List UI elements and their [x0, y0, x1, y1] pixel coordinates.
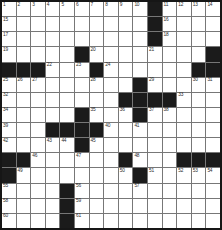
cell-r7c10	[133, 93, 147, 107]
cell-r11c12[interactable]	[163, 153, 177, 167]
cell-r14c6[interactable]: 59	[75, 199, 89, 213]
cell-r1c3[interactable]: 3	[31, 2, 45, 16]
clue-number: 36	[120, 108, 125, 113]
cell-r10c6	[75, 138, 89, 152]
cell-r14c7[interactable]	[90, 199, 104, 213]
clue-number: 60	[3, 214, 8, 219]
clue-number: 58	[3, 199, 8, 204]
clue-number: 30	[193, 78, 198, 83]
cell-r11c9	[119, 153, 133, 167]
clue-number: 52	[178, 169, 183, 174]
clue-number: 8	[105, 3, 107, 8]
cell-r3c11	[148, 32, 162, 46]
cell-r4c6	[75, 47, 89, 61]
cell-r1c15[interactable]: 14	[206, 2, 220, 16]
cell-r6c14[interactable]: 30	[192, 78, 206, 92]
cell-r14c14[interactable]	[192, 199, 206, 213]
clue-number: 13	[193, 3, 198, 8]
cell-r9c1[interactable]: 39	[2, 123, 16, 137]
cell-r8c12[interactable]: 38	[163, 108, 177, 122]
clue-number: 54	[207, 169, 212, 174]
cell-r13c14[interactable]	[192, 184, 206, 198]
cell-r4c13[interactable]	[177, 47, 191, 61]
clue-number: 27	[32, 78, 37, 83]
cell-r2c11	[148, 17, 162, 31]
cell-r13c13[interactable]	[177, 184, 191, 198]
clue-number: 15	[3, 18, 8, 23]
cell-r8c9[interactable]: 36	[119, 108, 133, 122]
cell-r15c12[interactable]	[163, 214, 177, 228]
cell-r2c6[interactable]	[75, 17, 89, 31]
cell-r4c5[interactable]	[60, 47, 74, 61]
cell-r7c13[interactable]: 33	[177, 93, 191, 107]
cell-r5c8[interactable]: 24	[104, 63, 118, 77]
cell-r12c13[interactable]: 52	[177, 168, 191, 182]
cell-r1c9[interactable]: 9	[119, 2, 133, 16]
cell-r7c2[interactable]	[17, 93, 31, 107]
cell-r1c6[interactable]: 6	[75, 2, 89, 16]
clue-number: 55	[3, 184, 8, 189]
cell-r9c3[interactable]	[31, 123, 45, 137]
clue-number: 12	[178, 3, 183, 8]
cell-r10c12[interactable]	[163, 138, 177, 152]
cell-r12c6[interactable]	[75, 168, 89, 182]
cell-r6c13[interactable]	[177, 78, 191, 92]
clue-number: 34	[3, 108, 8, 113]
clue-number: 32	[3, 93, 8, 98]
clue-number: 10	[134, 3, 139, 8]
clue-number: 56	[76, 184, 81, 189]
cell-r9c10[interactable]: 41	[133, 123, 147, 137]
cell-r7c1[interactable]: 32	[2, 93, 16, 107]
cell-r1c10[interactable]: 10	[133, 2, 147, 16]
cell-r3c8[interactable]	[104, 32, 118, 46]
cell-r8c13[interactable]	[177, 108, 191, 122]
clue-number: 38	[164, 108, 169, 113]
cell-r6c10	[133, 78, 147, 92]
cell-r10c11[interactable]	[148, 138, 162, 152]
cell-r4c12[interactable]	[163, 47, 177, 61]
cell-r5c6[interactable]: 23	[75, 63, 89, 77]
cell-r1c5[interactable]: 5	[60, 2, 74, 16]
clue-number: 7	[91, 3, 93, 8]
cell-r6c4[interactable]	[46, 78, 60, 92]
cell-r3c15[interactable]	[206, 32, 220, 46]
cell-r14c2[interactable]	[17, 199, 31, 213]
cell-r11c6[interactable]: 47	[75, 153, 89, 167]
cell-r7c11	[148, 93, 162, 107]
cell-r11c2	[17, 153, 31, 167]
cell-r4c1[interactable]: 19	[2, 47, 16, 61]
cell-r10c8[interactable]	[104, 138, 118, 152]
cell-r4c7[interactable]: 20	[90, 47, 104, 61]
cell-r8c2[interactable]	[17, 108, 31, 122]
cell-r13c11[interactable]	[148, 184, 162, 198]
cell-r13c15[interactable]	[206, 184, 220, 198]
crossword-grid: 1234567891011121314151617181920212223242…	[0, 0, 222, 230]
cell-r7c5[interactable]	[60, 93, 74, 107]
cell-r5c13[interactable]	[177, 63, 191, 77]
cell-r3c1[interactable]: 17	[2, 32, 16, 46]
cell-r9c13[interactable]	[177, 123, 191, 137]
cell-r15c9[interactable]	[119, 214, 133, 228]
cell-r14c10[interactable]	[133, 199, 147, 213]
cell-r3c3[interactable]	[31, 32, 45, 46]
cell-r13c2[interactable]	[17, 184, 31, 198]
cell-r10c10[interactable]	[133, 138, 147, 152]
cell-r12c1	[2, 168, 16, 182]
cell-r2c13[interactable]	[177, 17, 191, 31]
clue-number: 28	[91, 78, 96, 83]
cell-r6c3[interactable]: 27	[31, 78, 45, 92]
cell-r3c12[interactable]: 18	[163, 32, 177, 46]
cell-r12c2[interactable]: 49	[17, 168, 31, 182]
cell-r1c8[interactable]: 8	[104, 2, 118, 16]
cell-r9c5	[60, 123, 74, 137]
cell-r1c2[interactable]: 2	[17, 2, 31, 16]
clue-number: 37	[149, 108, 154, 113]
cell-r11c15	[206, 153, 220, 167]
cell-r12c4[interactable]	[46, 168, 60, 182]
cell-r5c3	[31, 63, 45, 77]
cell-r7c6[interactable]	[75, 93, 89, 107]
cell-r10c1[interactable]: 42	[2, 138, 16, 152]
cell-r6c11[interactable]: 29	[148, 78, 162, 92]
cell-r1c12[interactable]: 11	[163, 2, 177, 16]
cell-r9c8[interactable]: 40	[104, 123, 118, 137]
cell-r14c12[interactable]	[163, 199, 177, 213]
clue-number: 49	[18, 169, 23, 174]
cell-r13c9[interactable]	[119, 184, 133, 198]
cell-r15c11[interactable]	[148, 214, 162, 228]
cell-r7c14[interactable]	[192, 93, 206, 107]
cell-r9c2[interactable]	[17, 123, 31, 137]
cell-r12c12[interactable]	[163, 168, 177, 182]
clue-number: 45	[91, 139, 96, 144]
clue-number: 22	[47, 63, 52, 68]
cell-r8c8[interactable]	[104, 108, 118, 122]
cell-r2c12[interactable]: 16	[163, 17, 177, 31]
clue-number: 35	[91, 108, 96, 113]
cell-r8c10	[133, 108, 147, 122]
cell-r6c9[interactable]	[119, 78, 133, 92]
cell-r9c9[interactable]	[119, 123, 133, 137]
cell-r15c6[interactable]: 61	[75, 214, 89, 228]
cell-r4c9[interactable]	[119, 47, 133, 61]
cell-r12c9[interactable]: 50	[119, 168, 133, 182]
cell-r13c3[interactable]	[31, 184, 45, 198]
clue-number: 25	[3, 78, 8, 83]
cell-r6c15[interactable]: 31	[206, 78, 220, 92]
cell-r10c15[interactable]	[206, 138, 220, 152]
clue-number: 57	[134, 184, 139, 189]
cell-r4c14[interactable]	[192, 47, 206, 61]
cell-r3c7[interactable]	[90, 32, 104, 46]
clue-number: 26	[18, 78, 23, 83]
clue-number: 9	[120, 3, 122, 8]
cell-r3c6[interactable]	[75, 32, 89, 46]
cell-r13c8[interactable]	[104, 184, 118, 198]
cell-r7c4[interactable]	[46, 93, 60, 107]
cell-r14c11[interactable]	[148, 199, 162, 213]
cell-r15c5	[60, 214, 74, 228]
cell-r12c5[interactable]	[60, 168, 74, 182]
clue-number: 29	[149, 78, 154, 83]
clue-number: 31	[207, 78, 212, 83]
cell-r10c5[interactable]: 44	[60, 138, 74, 152]
cell-r11c10[interactable]: 48	[133, 153, 147, 167]
cell-r11c5[interactable]	[60, 153, 74, 167]
cell-r2c8[interactable]	[104, 17, 118, 31]
cell-r15c15[interactable]	[206, 214, 220, 228]
cell-r12c3[interactable]	[31, 168, 45, 182]
cell-r5c10[interactable]	[133, 63, 147, 77]
clue-number: 42	[3, 139, 8, 144]
cell-r15c8[interactable]	[104, 214, 118, 228]
clue-number: 46	[32, 154, 37, 159]
clue-number: 24	[105, 63, 110, 68]
cell-r2c10[interactable]	[133, 17, 147, 31]
cell-r13c6[interactable]: 56	[75, 184, 89, 198]
cell-r15c7[interactable]	[90, 214, 104, 228]
cell-r6c5[interactable]	[60, 78, 74, 92]
cell-r11c7[interactable]	[90, 153, 104, 167]
cell-r12c11[interactable]: 51	[148, 168, 162, 182]
cell-r5c5[interactable]	[60, 63, 74, 77]
cell-r11c14	[192, 153, 206, 167]
cell-r15c14[interactable]	[192, 214, 206, 228]
cell-r3c13[interactable]	[177, 32, 191, 46]
cell-r2c7[interactable]	[90, 17, 104, 31]
clue-number: 18	[164, 33, 169, 38]
clue-number: 1	[3, 3, 5, 8]
cell-r13c1[interactable]: 55	[2, 184, 16, 198]
cell-r3c9[interactable]	[119, 32, 133, 46]
cell-r14c1[interactable]: 58	[2, 199, 16, 213]
cell-r13c5	[60, 184, 74, 198]
clue-number: 2	[18, 3, 20, 8]
cell-r9c15[interactable]	[206, 123, 220, 137]
clue-number: 4	[47, 3, 49, 8]
cell-r6c2[interactable]: 26	[17, 78, 31, 92]
cell-r7c15[interactable]	[206, 93, 220, 107]
cell-r9c4	[46, 123, 60, 137]
cell-r8c11[interactable]: 37	[148, 108, 162, 122]
cell-r12c15[interactable]: 54	[206, 168, 220, 182]
cell-r13c7[interactable]	[90, 184, 104, 198]
cell-r1c11	[148, 2, 162, 16]
cell-r12c8[interactable]	[104, 168, 118, 182]
cell-r14c8[interactable]	[104, 199, 118, 213]
cell-r4c11[interactable]: 21	[148, 47, 162, 61]
clue-number: 14	[207, 3, 212, 8]
cell-r10c7[interactable]: 45	[90, 138, 104, 152]
cell-r8c6	[75, 108, 89, 122]
cell-r2c1[interactable]: 15	[2, 17, 16, 31]
clue-number: 20	[91, 48, 96, 53]
cell-r13c4[interactable]	[46, 184, 60, 198]
cell-r4c2[interactable]	[17, 47, 31, 61]
cell-r4c3[interactable]	[31, 47, 45, 61]
cell-r8c4[interactable]	[46, 108, 60, 122]
cell-r11c3[interactable]: 46	[31, 153, 45, 167]
cell-r5c9[interactable]	[119, 63, 133, 77]
cell-r8c14[interactable]	[192, 108, 206, 122]
cell-r9c6	[75, 123, 89, 137]
cell-r15c3[interactable]	[31, 214, 45, 228]
cell-r11c4[interactable]	[46, 153, 60, 167]
cell-r10c3[interactable]	[31, 138, 45, 152]
cell-r3c10[interactable]	[133, 32, 147, 46]
cell-r9c14[interactable]	[192, 123, 206, 137]
cell-r3c2[interactable]	[17, 32, 31, 46]
cell-r11c8[interactable]	[104, 153, 118, 167]
cell-r14c15[interactable]	[206, 199, 220, 213]
cell-r15c4[interactable]	[46, 214, 60, 228]
cell-r2c15[interactable]	[206, 17, 220, 31]
cell-r8c7[interactable]: 35	[90, 108, 104, 122]
cell-r8c15[interactable]	[206, 108, 220, 122]
cell-r3c14[interactable]	[192, 32, 206, 46]
cell-r12c10	[133, 168, 147, 182]
cell-r1c14[interactable]: 13	[192, 2, 206, 16]
cell-r5c14	[192, 63, 206, 77]
cell-r12c7[interactable]	[90, 168, 104, 182]
cell-r15c13[interactable]	[177, 214, 191, 228]
cell-r4c4[interactable]	[46, 47, 60, 61]
cell-r11c11[interactable]	[148, 153, 162, 167]
clue-number: 19	[3, 48, 8, 53]
cell-r14c9[interactable]	[119, 199, 133, 213]
cell-r15c1[interactable]: 60	[2, 214, 16, 228]
cell-r8c3[interactable]	[31, 108, 45, 122]
cell-r8c1[interactable]: 34	[2, 108, 16, 122]
cell-r6c12[interactable]	[163, 78, 177, 92]
clue-number: 23	[76, 63, 81, 68]
cell-r6c6[interactable]	[75, 78, 89, 92]
cell-r7c12	[163, 93, 177, 107]
cell-r6c8[interactable]	[104, 78, 118, 92]
cell-r6c1[interactable]: 25	[2, 78, 16, 92]
cell-r10c2[interactable]	[17, 138, 31, 152]
cell-r5c15	[206, 63, 220, 77]
cell-r1c7[interactable]: 7	[90, 2, 104, 16]
cell-r8c5[interactable]	[60, 108, 74, 122]
cell-r4c8[interactable]	[104, 47, 118, 61]
cell-r7c3[interactable]	[31, 93, 45, 107]
clue-number: 50	[120, 169, 125, 174]
cell-r14c13[interactable]	[177, 199, 191, 213]
cell-r1c13[interactable]: 12	[177, 2, 191, 16]
clue-number: 51	[149, 169, 154, 174]
cell-r9c12[interactable]	[163, 123, 177, 137]
clue-number: 21	[149, 48, 154, 53]
clue-number: 33	[178, 93, 183, 98]
cell-r6c7[interactable]: 28	[90, 78, 104, 92]
cell-r11c1	[2, 153, 16, 167]
clue-number: 47	[76, 154, 81, 159]
cell-r9c7	[90, 123, 104, 137]
cell-r10c14[interactable]	[192, 138, 206, 152]
cell-r12c14[interactable]: 53	[192, 168, 206, 182]
cell-r2c5[interactable]	[60, 17, 74, 31]
clue-number: 43	[47, 139, 52, 144]
cell-r13c12[interactable]	[163, 184, 177, 198]
clue-number: 59	[76, 199, 81, 204]
cell-r5c7	[90, 63, 104, 77]
cell-r9c11[interactable]	[148, 123, 162, 137]
cell-r7c7[interactable]	[90, 93, 104, 107]
cell-r1c1[interactable]: 1	[2, 2, 16, 16]
clue-number: 61	[76, 214, 81, 219]
clue-number: 5	[61, 3, 63, 8]
cell-r11c13	[177, 153, 191, 167]
cell-r10c9[interactable]	[119, 138, 133, 152]
clue-number: 53	[193, 169, 198, 174]
clue-number: 6	[76, 3, 78, 8]
cell-r13c10[interactable]: 57	[133, 184, 147, 198]
cell-r15c10[interactable]	[133, 214, 147, 228]
cell-r7c9	[119, 93, 133, 107]
cell-r3c5[interactable]	[60, 32, 74, 46]
cell-r3c4[interactable]	[46, 32, 60, 46]
clue-number: 40	[105, 124, 110, 129]
cell-r14c5	[60, 199, 74, 213]
clue-number: 3	[32, 3, 34, 8]
clue-number: 16	[164, 18, 169, 23]
clue-number: 11	[164, 3, 169, 8]
cell-r5c12[interactable]	[163, 63, 177, 77]
cell-r5c11[interactable]	[148, 63, 162, 77]
cell-r2c14[interactable]	[192, 17, 206, 31]
clue-number: 44	[61, 139, 66, 144]
clue-number: 39	[3, 124, 8, 129]
cell-r14c3[interactable]	[31, 199, 45, 213]
clue-number: 48	[134, 154, 139, 159]
cell-r2c3[interactable]	[31, 17, 45, 31]
cell-r4c10[interactable]	[133, 47, 147, 61]
cell-r14c4[interactable]	[46, 199, 60, 213]
cell-r2c9[interactable]	[119, 17, 133, 31]
cell-r10c13[interactable]	[177, 138, 191, 152]
cell-r2c4[interactable]	[46, 17, 60, 31]
cell-r4c15	[206, 47, 220, 61]
cell-r2c2[interactable]	[17, 17, 31, 31]
cell-r5c1	[2, 63, 16, 77]
cell-r5c2	[17, 63, 31, 77]
cell-r5c4[interactable]: 22	[46, 63, 60, 77]
cell-r1c4[interactable]: 4	[46, 2, 60, 16]
clue-number: 17	[3, 33, 8, 38]
cell-r10c4[interactable]: 43	[46, 138, 60, 152]
cell-r7c8[interactable]	[104, 93, 118, 107]
cell-r15c2[interactable]	[17, 214, 31, 228]
clue-number: 41	[134, 124, 139, 129]
